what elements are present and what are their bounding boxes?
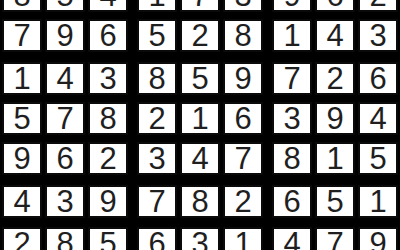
sudoku-digit: 2 — [191, 21, 208, 50]
sudoku-cell: 1 — [2, 62, 42, 95]
sudoku-digit: 3 — [56, 187, 73, 216]
sudoku-cell: 8 — [180, 185, 220, 218]
sudoku-digit: 8 — [191, 187, 208, 216]
sudoku-cell: 5 — [137, 19, 177, 52]
sudoku-cell: 9 — [2, 142, 42, 175]
sudoku-cell: 8 — [223, 19, 263, 52]
sudoku-digit: 5 — [326, 187, 343, 216]
sudoku-digit: 7 — [234, 144, 251, 173]
sudoku-digit: 2 — [13, 229, 30, 250]
sudoku-digit: 9 — [234, 64, 251, 93]
sudoku-digit: 8 — [99, 104, 116, 133]
sudoku-digit: 6 — [326, 0, 343, 10]
sudoku-cell: 6 — [45, 142, 85, 175]
sudoku-cell: 3 — [45, 185, 85, 218]
sudoku-cell: 3 — [223, 0, 263, 12]
sudoku-cell: 1 — [272, 19, 312, 52]
sudoku-digit: 1 — [13, 64, 30, 93]
sudoku-cell: 2 — [315, 62, 355, 95]
sudoku-digit: 2 — [234, 187, 251, 216]
sudoku-digit: 7 — [326, 229, 343, 250]
sudoku-digit: 3 — [234, 0, 251, 10]
sudoku-digit: 4 — [13, 187, 30, 216]
sudoku-digit: 8 — [13, 0, 30, 10]
sudoku-cell: 6 — [223, 102, 263, 135]
sudoku-cell: 5 — [358, 142, 398, 175]
sudoku-cell: 8 — [45, 227, 85, 250]
sudoku-cell: 3 — [358, 19, 398, 52]
sudoku-cell: 6 — [315, 0, 355, 12]
sudoku-row: 143859726 — [2, 62, 400, 95]
sudoku-cell: 1 — [137, 0, 177, 12]
sudoku-digit: 7 — [283, 64, 300, 93]
sudoku-cell: 8 — [272, 142, 312, 175]
sudoku-digit: 5 — [148, 21, 165, 50]
sudoku-cell: 7 — [2, 19, 42, 52]
sudoku-cell: 4 — [88, 0, 128, 12]
sudoku-cell: 6 — [272, 185, 312, 218]
sudoku-cell: 1 — [358, 185, 398, 218]
sudoku-cell: 5 — [45, 0, 85, 12]
sudoku-digit: 7 — [13, 21, 30, 50]
sudoku-cell: 9 — [223, 62, 263, 95]
sudoku-digit: 4 — [191, 144, 208, 173]
sudoku-digit: 5 — [56, 0, 73, 10]
sudoku-row: 285631479 — [2, 227, 400, 250]
sudoku-board: 8541739627965281431438597265782163949623… — [2, 0, 400, 250]
sudoku-cell: 7 — [272, 62, 312, 95]
sudoku-digit: 9 — [13, 144, 30, 173]
sudoku-digit: 9 — [326, 104, 343, 133]
sudoku-cell: 5 — [88, 227, 128, 250]
sudoku-digit: 1 — [148, 0, 165, 10]
sudoku-cell: 4 — [272, 227, 312, 250]
sudoku-cell: 2 — [2, 227, 42, 250]
sudoku-cell: 7 — [223, 142, 263, 175]
sudoku-digit: 3 — [191, 229, 208, 250]
sudoku-cell: 2 — [180, 19, 220, 52]
sudoku-cell: 4 — [2, 185, 42, 218]
sudoku-row: 962347815 — [2, 142, 400, 175]
sudoku-digit: 2 — [369, 0, 386, 10]
sudoku-digit: 5 — [13, 104, 30, 133]
sudoku-digit: 8 — [283, 144, 300, 173]
sudoku-digit: 3 — [99, 64, 116, 93]
sudoku-digit: 1 — [234, 229, 251, 250]
sudoku-digit: 3 — [148, 144, 165, 173]
sudoku-digit: 2 — [326, 64, 343, 93]
sudoku-digit: 9 — [99, 187, 116, 216]
sudoku-digit: 5 — [99, 229, 116, 250]
sudoku-row: 578216394 — [2, 102, 400, 135]
sudoku-digit: 9 — [283, 0, 300, 10]
sudoku-cell: 7 — [180, 0, 220, 12]
sudoku-cell: 6 — [137, 227, 177, 250]
sudoku-cell: 2 — [223, 185, 263, 218]
sudoku-screenshot: 8541739627965281431438597265782163949623… — [0, 0, 400, 250]
sudoku-cell: 3 — [180, 227, 220, 250]
sudoku-digit: 5 — [191, 64, 208, 93]
sudoku-digit: 8 — [148, 64, 165, 93]
sudoku-cell: 4 — [45, 62, 85, 95]
sudoku-digit: 2 — [99, 144, 116, 173]
sudoku-cell: 2 — [137, 102, 177, 135]
sudoku-cell: 9 — [315, 102, 355, 135]
sudoku-cell: 6 — [358, 62, 398, 95]
sudoku-cell: 5 — [2, 102, 42, 135]
sudoku-digit: 1 — [326, 144, 343, 173]
sudoku-digit: 4 — [283, 229, 300, 250]
sudoku-row: 796528143 — [2, 19, 400, 52]
sudoku-cell: 4 — [358, 102, 398, 135]
sudoku-cell: 7 — [137, 185, 177, 218]
sudoku-digit: 7 — [56, 104, 73, 133]
sudoku-digit: 1 — [191, 104, 208, 133]
sudoku-cell: 1 — [180, 102, 220, 135]
sudoku-digit: 6 — [148, 229, 165, 250]
sudoku-cell: 1 — [223, 227, 263, 250]
sudoku-digit: 3 — [369, 21, 386, 50]
sudoku-cell: 4 — [180, 142, 220, 175]
sudoku-digit: 4 — [369, 104, 386, 133]
sudoku-digit: 6 — [56, 144, 73, 173]
sudoku-cell: 3 — [88, 62, 128, 95]
sudoku-row: 439782651 — [2, 185, 400, 218]
sudoku-cell: 5 — [180, 62, 220, 95]
sudoku-cell: 3 — [137, 142, 177, 175]
sudoku-cell: 9 — [88, 185, 128, 218]
sudoku-cell: 9 — [272, 0, 312, 12]
sudoku-digit: 6 — [369, 64, 386, 93]
sudoku-cell: 5 — [315, 185, 355, 218]
sudoku-digit: 1 — [283, 21, 300, 50]
sudoku-digit: 8 — [56, 229, 73, 250]
sudoku-digit: 9 — [56, 21, 73, 50]
sudoku-cell: 7 — [315, 227, 355, 250]
sudoku-digit: 6 — [99, 21, 116, 50]
sudoku-cell: 6 — [88, 19, 128, 52]
sudoku-cell: 9 — [45, 19, 85, 52]
sudoku-cell: 2 — [358, 0, 398, 12]
sudoku-cell: 8 — [2, 0, 42, 12]
sudoku-digit: 9 — [369, 229, 386, 250]
sudoku-cell: 2 — [88, 142, 128, 175]
sudoku-cell: 7 — [45, 102, 85, 135]
sudoku-cell: 4 — [315, 19, 355, 52]
sudoku-cell: 9 — [358, 227, 398, 250]
sudoku-digit: 7 — [148, 187, 165, 216]
sudoku-digit: 6 — [283, 187, 300, 216]
sudoku-cell: 8 — [88, 102, 128, 135]
sudoku-digit: 4 — [326, 21, 343, 50]
sudoku-digit: 2 — [148, 104, 165, 133]
sudoku-digit: 1 — [369, 187, 386, 216]
sudoku-digit: 7 — [191, 0, 208, 10]
sudoku-digit: 4 — [99, 0, 116, 10]
sudoku-row: 854173962 — [2, 0, 400, 12]
sudoku-cell: 3 — [272, 102, 312, 135]
sudoku-digit: 8 — [234, 21, 251, 50]
sudoku-cell: 8 — [137, 62, 177, 95]
sudoku-cell: 1 — [315, 142, 355, 175]
sudoku-digit: 3 — [283, 104, 300, 133]
sudoku-digit: 4 — [56, 64, 73, 93]
sudoku-digit: 6 — [234, 104, 251, 133]
sudoku-digit: 5 — [369, 144, 386, 173]
